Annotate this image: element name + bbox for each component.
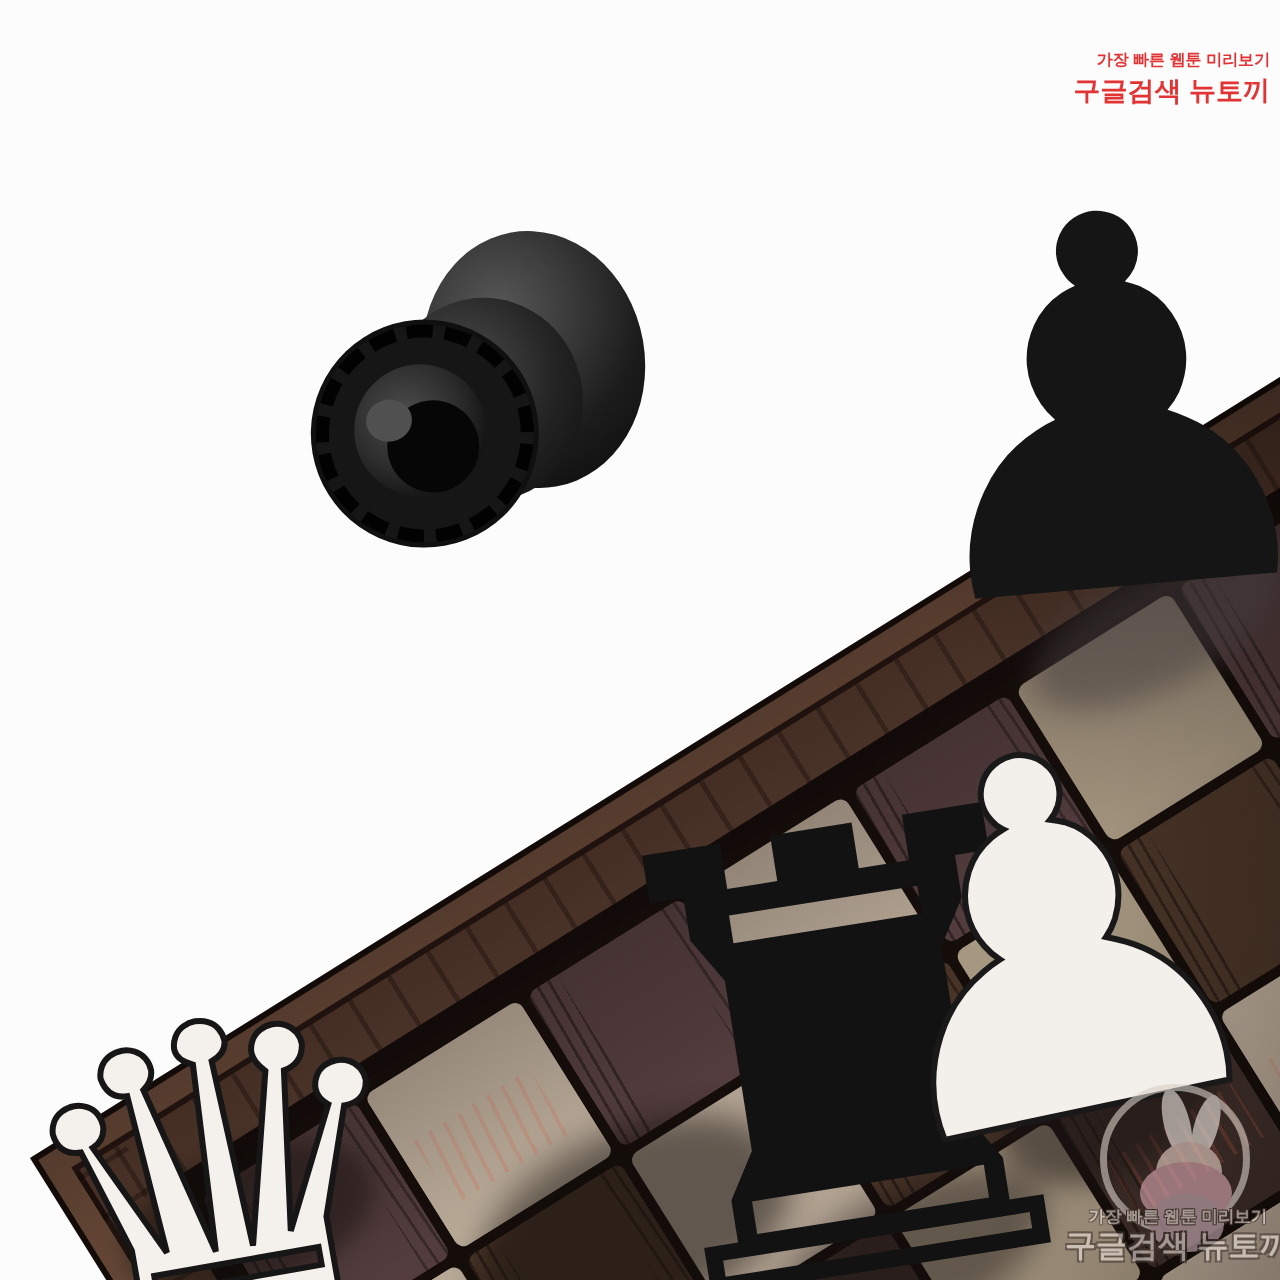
watermark-sitename: 구글검색 뉴토끼	[1048, 1225, 1280, 1267]
black-pawn-piece: ♟	[858, 131, 1280, 684]
watermark-sitename-red: 구글검색 뉴토끼	[1040, 73, 1270, 109]
site-watermark-top: 가장 빠른 웹툰 미리보기 구글검색 뉴토끼	[1040, 50, 1270, 109]
watermark-tagline-red: 가장 빠른 웹툰 미리보기	[1040, 50, 1270, 71]
site-watermark-bottom: 가장 빠른 웹툰 미리보기 구글검색 뉴토끼	[1078, 1078, 1280, 1280]
webtoon-panel: ♜ ♟ ♟ ♛ 가장 빠른 웹툰 미리보기 구글검색 뉴토끼 가장 빠른 웹툰 …	[0, 0, 1280, 1280]
fallen-black-queen-piece	[286, 212, 680, 577]
